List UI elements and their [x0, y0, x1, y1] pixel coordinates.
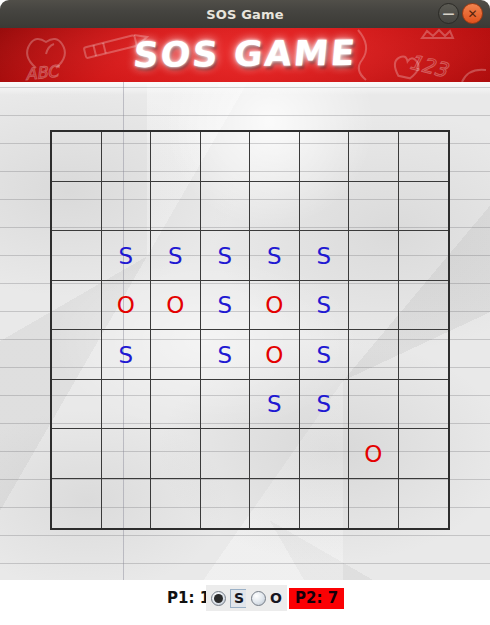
cell-r7c2[interactable] [151, 479, 201, 529]
cell-r2c2[interactable]: S [151, 231, 201, 281]
sos-game-window: SOS Game — ✕ [0, 0, 490, 625]
cell-r0c7[interactable] [399, 132, 449, 182]
cell-r4c3[interactable]: S [201, 330, 251, 380]
cell-r6c1[interactable] [102, 429, 152, 479]
close-icon: ✕ [467, 8, 477, 20]
cell-r1c0[interactable] [52, 182, 102, 232]
cell-r6c2[interactable] [151, 429, 201, 479]
cell-r7c3[interactable] [201, 479, 251, 529]
letter-s: S [217, 344, 232, 367]
cell-r6c3[interactable] [201, 429, 251, 479]
cell-r7c6[interactable] [349, 479, 399, 529]
letter-s: S [217, 294, 232, 317]
cell-r7c1[interactable] [102, 479, 152, 529]
cell-r5c3[interactable] [201, 380, 251, 430]
radio-unselected-icon [251, 591, 266, 606]
cell-r0c6[interactable] [349, 132, 399, 182]
letter-s: S [316, 344, 331, 367]
cell-r5c1[interactable] [102, 380, 152, 430]
radio-o-label: O [270, 591, 282, 605]
cell-r4c2[interactable] [151, 330, 201, 380]
status-bar: P1: 1 S O P2: 7 [0, 580, 490, 625]
cell-r2c0[interactable] [52, 231, 102, 281]
cell-r4c1[interactable]: S [102, 330, 152, 380]
cell-r1c2[interactable] [151, 182, 201, 232]
cell-r5c4[interactable]: S [250, 380, 300, 430]
window-buttons: — ✕ [438, 3, 483, 24]
letter-s: S [267, 393, 282, 416]
cell-r1c5[interactable] [300, 182, 350, 232]
cell-r6c4[interactable] [250, 429, 300, 479]
cell-r2c3[interactable]: S [201, 231, 251, 281]
cell-r5c5[interactable]: S [300, 380, 350, 430]
cell-r6c5[interactable] [300, 429, 350, 479]
cell-r7c7[interactable] [399, 479, 449, 529]
letter-o: O [265, 344, 283, 367]
cell-r3c6[interactable] [349, 281, 399, 331]
cell-r3c3[interactable]: S [201, 281, 251, 331]
cell-r0c0[interactable] [52, 132, 102, 182]
cell-r5c2[interactable] [151, 380, 201, 430]
cell-r1c1[interactable] [102, 182, 152, 232]
cell-r6c7[interactable] [399, 429, 449, 479]
letter-s: S [118, 245, 133, 268]
cell-r4c7[interactable] [399, 330, 449, 380]
letter-s: S [217, 245, 232, 268]
cell-r0c3[interactable] [201, 132, 251, 182]
letter-s: S [316, 393, 331, 416]
letter-s: S [118, 344, 133, 367]
banner-title: SOS GAME [0, 32, 490, 76]
cell-r4c4[interactable]: O [250, 330, 300, 380]
cell-r2c5[interactable]: S [300, 231, 350, 281]
cell-r1c4[interactable] [250, 182, 300, 232]
letter-s: S [168, 245, 183, 268]
cell-r1c6[interactable] [349, 182, 399, 232]
letter-o: O [265, 294, 283, 317]
window-title: SOS Game [206, 7, 284, 22]
cell-r4c6[interactable] [349, 330, 399, 380]
window-titlebar: SOS Game — ✕ [0, 0, 490, 29]
cell-r0c1[interactable] [102, 132, 152, 182]
cell-r2c6[interactable] [349, 231, 399, 281]
letter-o: O [117, 294, 135, 317]
minimize-icon: — [443, 8, 455, 20]
letter-o: O [166, 294, 184, 317]
letter-o: O [364, 443, 382, 466]
cell-r2c4[interactable]: S [250, 231, 300, 281]
cell-r7c4[interactable] [250, 479, 300, 529]
cell-r6c0[interactable] [52, 429, 102, 479]
cell-r3c7[interactable] [399, 281, 449, 331]
cell-r0c4[interactable] [250, 132, 300, 182]
cell-r3c0[interactable] [52, 281, 102, 331]
cell-r2c7[interactable] [399, 231, 449, 281]
letter-o-radio[interactable]: O [246, 585, 287, 611]
cell-r7c0[interactable] [52, 479, 102, 529]
paper-background: SSSSSOOSOSSSOSSSO [0, 82, 490, 580]
cell-r7c5[interactable] [300, 479, 350, 529]
cell-r4c5[interactable]: S [300, 330, 350, 380]
letter-s: S [316, 294, 331, 317]
cell-r3c4[interactable]: O [250, 281, 300, 331]
letter-s: S [267, 245, 282, 268]
radio-selected-icon [211, 591, 226, 606]
cell-r0c2[interactable] [151, 132, 201, 182]
cell-r3c2[interactable]: O [151, 281, 201, 331]
sos-board: SSSSSOOSOSSSOSSSO [50, 130, 450, 530]
cell-r5c6[interactable] [349, 380, 399, 430]
cell-r1c7[interactable] [399, 182, 449, 232]
cell-r6c6[interactable]: O [349, 429, 399, 479]
cell-r3c1[interactable]: O [102, 281, 152, 331]
cell-r3c5[interactable]: S [300, 281, 350, 331]
cell-r1c3[interactable] [201, 182, 251, 232]
cell-r5c0[interactable] [52, 380, 102, 430]
cell-r5c7[interactable] [399, 380, 449, 430]
cell-r2c1[interactable]: S [102, 231, 152, 281]
game-banner: ABC 123 SOS GAME [0, 28, 490, 82]
minimize-button[interactable]: — [438, 3, 459, 24]
player1-score: P1: 1 [167, 589, 210, 607]
cell-r0c5[interactable] [300, 132, 350, 182]
cell-r4c0[interactable] [52, 330, 102, 380]
letter-s: S [316, 245, 331, 268]
player2-score: P2: 7 [289, 588, 344, 609]
close-button[interactable]: ✕ [462, 3, 483, 24]
